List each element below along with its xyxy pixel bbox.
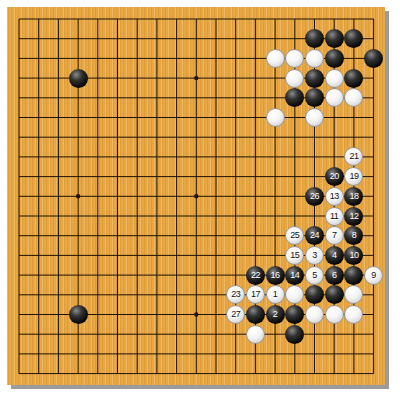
move-number-label: 7 xyxy=(332,231,337,240)
move-number-label: 5 xyxy=(312,270,317,279)
move-number-label: 13 xyxy=(330,191,339,200)
star-point xyxy=(76,194,80,198)
white-stone xyxy=(266,49,285,68)
white-stone xyxy=(266,108,285,127)
move-14-black-stone: 14 xyxy=(285,266,304,285)
move-number-label: 12 xyxy=(349,211,358,220)
move-number-label: 26 xyxy=(310,191,319,200)
black-stone xyxy=(69,69,88,88)
black-stone xyxy=(305,69,324,88)
move-number-label: 20 xyxy=(330,172,339,181)
star-point xyxy=(194,312,198,316)
move-16-black-stone: 16 xyxy=(266,266,285,285)
move-number-label: 16 xyxy=(271,270,280,279)
black-stone xyxy=(364,49,383,68)
white-stone xyxy=(325,88,344,107)
white-stone xyxy=(246,325,265,344)
move-26-black-stone: 26 xyxy=(305,187,324,206)
move-number-label: 17 xyxy=(251,290,260,299)
black-stone xyxy=(325,29,344,48)
move-3-white-stone: 3 xyxy=(305,246,324,265)
black-stone xyxy=(325,285,344,304)
move-number-label: 6 xyxy=(332,270,337,279)
move-number-label: 19 xyxy=(349,172,358,181)
move-11-white-stone: 11 xyxy=(325,207,344,226)
move-number-label: 10 xyxy=(349,250,358,259)
move-number-label: 24 xyxy=(310,231,319,240)
move-22-black-stone: 22 xyxy=(246,266,265,285)
move-4-black-stone: 4 xyxy=(325,246,344,265)
white-stone xyxy=(325,69,344,88)
move-number-label: 11 xyxy=(330,211,338,220)
black-stone xyxy=(285,325,304,344)
move-5-white-stone: 5 xyxy=(305,266,324,285)
star-point xyxy=(194,194,198,198)
black-stone xyxy=(246,305,265,324)
move-number-label: 4 xyxy=(332,250,337,259)
move-20-black-stone: 20 xyxy=(325,167,344,186)
move-2-black-stone: 2 xyxy=(266,305,285,324)
black-stone xyxy=(69,305,88,324)
black-stone xyxy=(344,266,363,285)
move-number-label: 3 xyxy=(312,250,317,259)
move-1-white-stone: 1 xyxy=(266,285,285,304)
diagram-frame: 1234567891011121314151617181920212223242… xyxy=(0,0,400,400)
move-number-label: 8 xyxy=(352,231,357,240)
move-7-white-stone: 7 xyxy=(325,226,344,245)
move-number-label: 18 xyxy=(349,191,358,200)
white-stone xyxy=(325,305,344,324)
white-stone xyxy=(285,69,304,88)
star-point xyxy=(194,76,198,80)
move-number-label: 21 xyxy=(349,152,358,161)
white-stone xyxy=(305,108,324,127)
black-stone xyxy=(325,49,344,68)
move-number-label: 25 xyxy=(290,231,299,240)
move-13-white-stone: 13 xyxy=(325,187,344,206)
go-board: 1234567891011121314151617181920212223242… xyxy=(7,7,385,385)
black-stone xyxy=(344,69,363,88)
white-stone xyxy=(305,49,324,68)
move-number-label: 14 xyxy=(290,270,299,279)
move-number-label: 2 xyxy=(273,310,278,319)
white-stone xyxy=(305,305,324,324)
move-number-label: 23 xyxy=(231,290,240,299)
move-number-label: 22 xyxy=(251,270,260,279)
move-number-label: 9 xyxy=(371,270,376,279)
move-9-white-stone: 9 xyxy=(364,266,383,285)
move-6-black-stone: 6 xyxy=(325,266,344,285)
move-number-label: 27 xyxy=(231,310,240,319)
move-number-label: 1 xyxy=(273,290,278,299)
move-number-label: 15 xyxy=(290,250,299,259)
move-12-black-stone: 12 xyxy=(344,207,363,226)
